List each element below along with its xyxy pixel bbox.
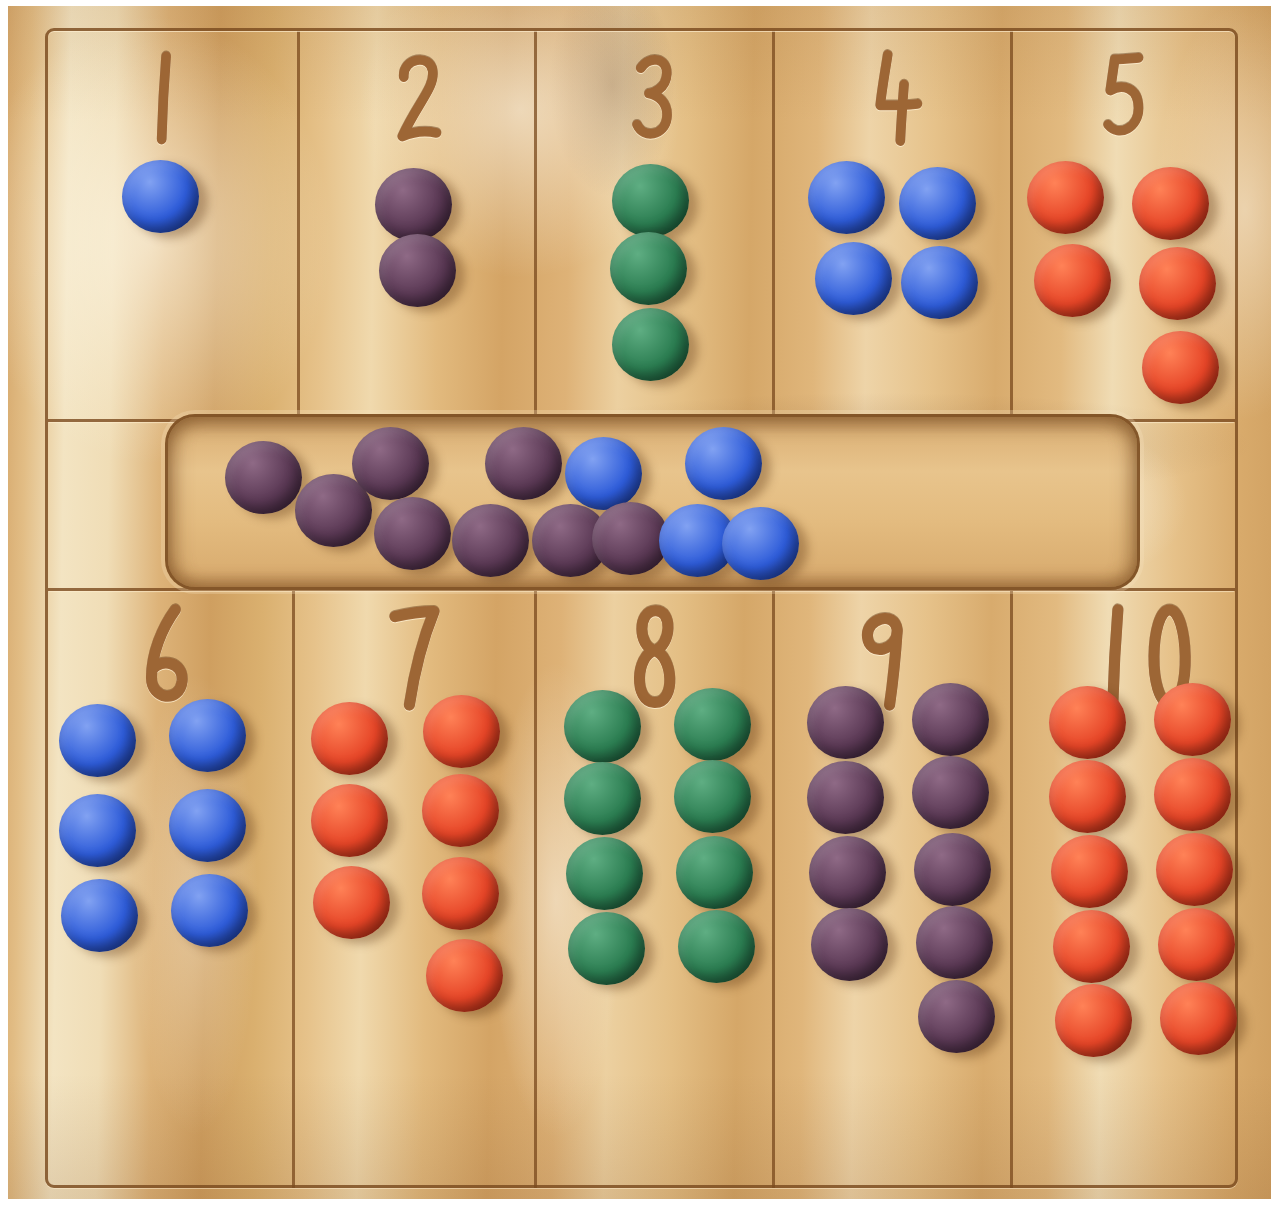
ball-red[interactable] xyxy=(422,857,499,930)
engraved-number-3 xyxy=(617,46,691,150)
ball-purple[interactable] xyxy=(225,441,302,514)
ball-purple[interactable] xyxy=(811,908,888,981)
ball-purple[interactable] xyxy=(809,836,886,909)
ball-blue[interactable] xyxy=(61,879,138,952)
ball-blue[interactable] xyxy=(808,161,885,234)
ball-purple[interactable] xyxy=(374,497,451,570)
ball-red[interactable] xyxy=(422,774,499,847)
ball-purple[interactable] xyxy=(914,833,991,906)
section-4[interactable]: 4 xyxy=(775,31,1013,419)
section-6-label: 6 xyxy=(168,591,169,592)
ball-red[interactable] xyxy=(1154,683,1231,756)
ball-red[interactable] xyxy=(1034,244,1111,317)
ball-red[interactable] xyxy=(1053,910,1130,983)
ball-red[interactable] xyxy=(1158,908,1235,981)
ball-blue[interactable] xyxy=(169,699,246,772)
ball-red[interactable] xyxy=(1139,247,1216,320)
ball-purple[interactable] xyxy=(379,234,456,307)
section-1-label: 1 xyxy=(171,31,172,32)
ball-purple[interactable] xyxy=(918,980,995,1053)
ball-blue[interactable] xyxy=(169,789,246,862)
ball-green[interactable] xyxy=(564,690,641,763)
ball-red[interactable] xyxy=(426,939,503,1012)
ball-green[interactable] xyxy=(568,912,645,985)
engraved-number-4 xyxy=(855,46,929,150)
section-7-label: 7 xyxy=(414,591,415,592)
ball-red[interactable] xyxy=(423,695,500,768)
ball-red[interactable] xyxy=(1132,167,1209,240)
section-9-label: 9 xyxy=(892,591,893,592)
ball-blue[interactable] xyxy=(59,794,136,867)
section-2-label: 2 xyxy=(417,31,418,32)
ball-red[interactable] xyxy=(1049,760,1126,833)
ball-green[interactable] xyxy=(674,688,751,761)
engraved-number-5 xyxy=(1088,46,1162,150)
ball-blue[interactable] xyxy=(722,507,799,580)
section-10-label: 10 xyxy=(1125,591,1126,592)
ball-blue[interactable] xyxy=(122,160,199,233)
section-8-label: 8 xyxy=(654,591,655,592)
section-4-label: 4 xyxy=(892,31,893,32)
ball-red[interactable] xyxy=(311,702,388,775)
ball-blue[interactable] xyxy=(901,246,978,319)
photo-margin-right xyxy=(1271,0,1280,1220)
ball-green[interactable] xyxy=(612,164,689,237)
ball-purple[interactable] xyxy=(916,906,993,979)
ball-blue[interactable] xyxy=(171,874,248,947)
ball-green[interactable] xyxy=(676,836,753,909)
ball-green[interactable] xyxy=(564,762,641,835)
ball-green[interactable] xyxy=(612,308,689,381)
ball-blue[interactable] xyxy=(685,427,762,500)
ball-red[interactable] xyxy=(1049,686,1126,759)
ball-red[interactable] xyxy=(311,784,388,857)
section-5-label: 5 xyxy=(1125,31,1126,32)
ball-purple[interactable] xyxy=(592,502,669,575)
ball-green[interactable] xyxy=(566,837,643,910)
ball-purple[interactable] xyxy=(485,427,562,500)
photo-margin-bottom xyxy=(0,1199,1280,1220)
ball-purple[interactable] xyxy=(912,756,989,829)
ball-blue[interactable] xyxy=(899,167,976,240)
ball-purple[interactable] xyxy=(807,686,884,759)
ball-purple[interactable] xyxy=(912,683,989,756)
ball-red[interactable] xyxy=(1051,835,1128,908)
ball-green[interactable] xyxy=(674,760,751,833)
ball-purple[interactable] xyxy=(375,168,452,241)
ball-red[interactable] xyxy=(1027,161,1104,234)
ball-red[interactable] xyxy=(1160,982,1237,1055)
ball-blue[interactable] xyxy=(815,242,892,315)
section-3-label: 3 xyxy=(654,31,655,32)
ball-red[interactable] xyxy=(1055,984,1132,1057)
ball-red[interactable] xyxy=(1142,331,1219,404)
ball-red[interactable] xyxy=(1156,833,1233,906)
ball-purple[interactable] xyxy=(452,504,529,577)
ball-green[interactable] xyxy=(610,232,687,305)
engraved-number-2 xyxy=(380,46,454,150)
ball-green[interactable] xyxy=(678,910,755,983)
ball-blue[interactable] xyxy=(565,437,642,510)
ball-purple[interactable] xyxy=(807,761,884,834)
engraved-number-1 xyxy=(126,46,200,150)
counting-board-photo: 1 2 3 4 5 6 xyxy=(0,0,1280,1220)
photo-margin-left xyxy=(0,0,8,1220)
photo-margin-top xyxy=(0,0,1280,6)
ball-blue[interactable] xyxy=(59,704,136,777)
ball-purple[interactable] xyxy=(352,427,429,500)
ball-red[interactable] xyxy=(1154,758,1231,831)
ball-red[interactable] xyxy=(313,866,390,939)
wooden-board: 1 2 3 4 5 6 xyxy=(0,0,1280,1220)
